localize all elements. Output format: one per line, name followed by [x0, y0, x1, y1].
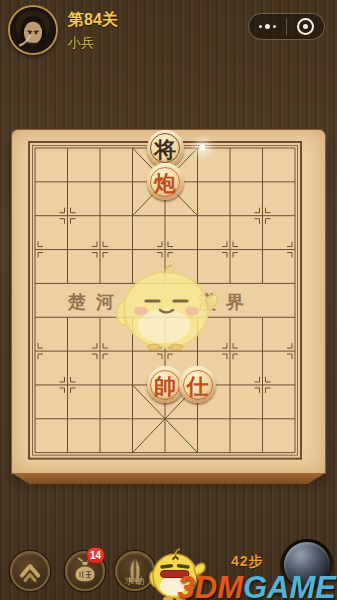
wechat-capsule — [248, 13, 325, 40]
app-screen: 第84关 小兵 楚河 漢界 — [0, 0, 337, 600]
board-edge — [12, 473, 325, 484]
hint-count-badge: 14 — [86, 547, 105, 564]
ellipsis-dot-icon — [259, 25, 262, 28]
more-options-button[interactable] — [249, 14, 286, 39]
xiangqi-board[interactable]: 楚河 漢界 将炮帥仕 — [12, 130, 325, 473]
steps-counter: 42步 — [231, 553, 264, 571]
hint-bag-button[interactable]: 14 — [65, 551, 105, 591]
site-watermark: 3DMGAME — [178, 572, 336, 600]
watermark-3dm: 3DM — [178, 570, 243, 600]
piece-red-炮[interactable]: 炮 — [147, 163, 184, 200]
move-sparkle — [198, 143, 207, 152]
ellipsis-dot-icon — [265, 24, 270, 29]
ellipsis-dot-icon — [273, 25, 276, 28]
top-bar: 第84关 小兵 — [0, 0, 337, 60]
expand-menu-button[interactable] — [10, 551, 50, 591]
piece-red-帥[interactable]: 帥 — [147, 366, 184, 403]
level-title: 第84关 — [68, 12, 118, 28]
piece-black-将[interactable]: 将 — [147, 130, 184, 167]
avatar-portrait — [10, 7, 56, 53]
watermark-game: GAME — [243, 570, 336, 600]
exit-button[interactable] — [287, 14, 324, 39]
chevron-up-icon — [12, 553, 48, 589]
pieces-layer: 将炮帥仕 — [19, 131, 312, 469]
piece-red-仕[interactable]: 仕 — [179, 366, 216, 403]
avatar[interactable] — [8, 5, 58, 55]
exit-circle-icon — [297, 18, 314, 35]
player-rank: 小兵 — [68, 36, 118, 49]
